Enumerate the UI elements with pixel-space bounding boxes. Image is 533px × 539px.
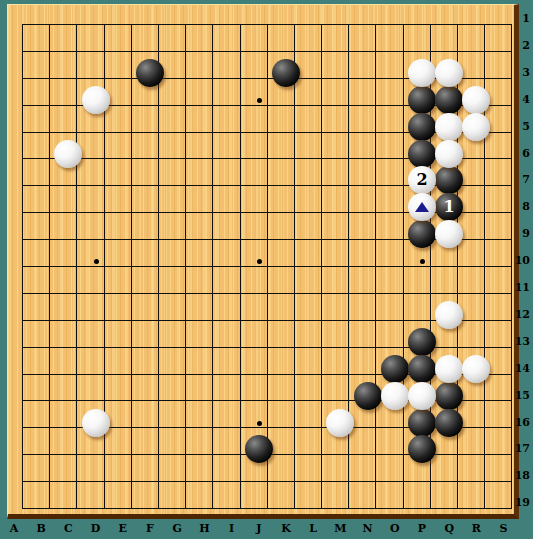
grid-cell xyxy=(131,158,158,185)
grid-cell xyxy=(104,427,131,454)
grid-cell xyxy=(22,427,49,454)
grid-cell xyxy=(104,266,131,293)
stone-Q8-black[interactable]: 1 xyxy=(435,193,463,221)
col-label-C: C xyxy=(58,522,78,536)
col-label-M: M xyxy=(330,522,350,536)
grid-cell xyxy=(49,400,76,427)
row-label-13: 13 xyxy=(508,335,530,349)
star-point-J10 xyxy=(257,259,262,264)
grid-cell xyxy=(375,481,402,508)
go-board-diagram: 12ABCDEFGHIJKLMNOPQRS1234567891011121314… xyxy=(0,0,533,539)
grid-cell xyxy=(104,481,131,508)
grid-cell xyxy=(49,185,76,212)
grid-cell xyxy=(267,400,294,427)
col-label-D: D xyxy=(86,522,106,536)
grid-cell xyxy=(131,481,158,508)
col-label-E: E xyxy=(113,522,133,536)
grid-cell xyxy=(104,239,131,266)
grid-cell xyxy=(212,51,239,78)
grid-cell xyxy=(348,320,375,347)
row-label-7: 7 xyxy=(508,173,530,187)
stone-C6-white[interactable] xyxy=(54,140,82,168)
grid-cell xyxy=(348,454,375,481)
grid-cell xyxy=(49,239,76,266)
col-label-A: A xyxy=(4,522,24,536)
col-label-N: N xyxy=(358,522,378,536)
grid-cell xyxy=(457,481,484,508)
grid-cell xyxy=(185,374,212,401)
grid-cell xyxy=(49,105,76,132)
grid-cell xyxy=(158,24,185,51)
grid-cell xyxy=(267,105,294,132)
col-label-K: K xyxy=(276,522,296,536)
grid-cell xyxy=(22,266,49,293)
grid-cell xyxy=(131,347,158,374)
grid-cell xyxy=(267,481,294,508)
stone-Q16-black[interactable] xyxy=(435,409,463,437)
grid-cell xyxy=(348,427,375,454)
grid-cell xyxy=(403,293,430,320)
star-point-J4 xyxy=(257,98,262,103)
grid-cell xyxy=(76,320,103,347)
grid-cell xyxy=(49,212,76,239)
col-label-L: L xyxy=(303,522,323,536)
grid-cell xyxy=(375,266,402,293)
row-label-15: 15 xyxy=(508,389,530,403)
row-label-6: 6 xyxy=(508,147,530,161)
grid-cell xyxy=(348,24,375,51)
grid-cell xyxy=(104,212,131,239)
grid-cell xyxy=(240,132,267,159)
grid-cell xyxy=(104,185,131,212)
grid-cell xyxy=(185,400,212,427)
stone-R4-white[interactable] xyxy=(462,86,490,114)
row-label-4: 4 xyxy=(508,93,530,107)
grid-cell xyxy=(348,266,375,293)
grid-cell xyxy=(131,24,158,51)
grid-cell xyxy=(212,481,239,508)
grid-cell xyxy=(240,24,267,51)
stone-F3-black[interactable] xyxy=(136,59,164,87)
grid-cell xyxy=(131,132,158,159)
grid-cell xyxy=(158,78,185,105)
grid-cell xyxy=(76,51,103,78)
grid-cell xyxy=(212,266,239,293)
triangle-marker xyxy=(415,202,429,212)
grid-cell xyxy=(158,266,185,293)
stone-P4-black[interactable] xyxy=(408,86,436,114)
row-label-11: 11 xyxy=(508,281,530,295)
grid-cell xyxy=(104,347,131,374)
grid-cell xyxy=(240,320,267,347)
grid-cell xyxy=(348,481,375,508)
grid-cell xyxy=(104,158,131,185)
stone-J17-black[interactable] xyxy=(245,435,273,463)
grid-cell xyxy=(240,400,267,427)
grid-cell xyxy=(375,158,402,185)
grid-cell xyxy=(294,320,321,347)
grid-cell xyxy=(104,132,131,159)
stone-Q3-white[interactable] xyxy=(435,59,463,87)
grid-cell xyxy=(375,132,402,159)
grid-cell xyxy=(375,24,402,51)
grid-cell xyxy=(185,347,212,374)
grid-cell xyxy=(321,481,348,508)
grid-cell xyxy=(131,185,158,212)
grid-cell xyxy=(76,293,103,320)
grid-cell xyxy=(49,293,76,320)
grid-cell xyxy=(22,105,49,132)
grid-cell xyxy=(212,293,239,320)
grid-cell xyxy=(212,374,239,401)
grid-cell xyxy=(185,105,212,132)
grid-cell xyxy=(158,132,185,159)
grid-cell xyxy=(49,78,76,105)
grid-cell xyxy=(240,374,267,401)
col-label-F: F xyxy=(140,522,160,536)
grid-cell xyxy=(267,239,294,266)
grid-cell xyxy=(267,266,294,293)
grid-cell xyxy=(457,320,484,347)
grid-cell xyxy=(348,212,375,239)
grid-cell xyxy=(158,158,185,185)
grid-cell xyxy=(131,239,158,266)
grid-cell xyxy=(457,239,484,266)
grid-cell xyxy=(49,427,76,454)
grid-cell xyxy=(321,51,348,78)
stone-Q6-white[interactable] xyxy=(435,140,463,168)
col-label-P: P xyxy=(412,522,432,536)
grid-cell xyxy=(267,24,294,51)
grid-cell xyxy=(131,293,158,320)
grid-cell xyxy=(49,320,76,347)
grid-cell xyxy=(158,105,185,132)
grid-cell xyxy=(185,185,212,212)
grid-cell xyxy=(375,105,402,132)
grid-cell xyxy=(76,266,103,293)
row-label-18: 18 xyxy=(508,469,530,483)
grid-cell xyxy=(403,24,430,51)
col-label-O: O xyxy=(385,522,405,536)
grid-cell xyxy=(158,454,185,481)
row-label-9: 9 xyxy=(508,227,530,241)
grid-cell xyxy=(430,454,457,481)
grid-cell xyxy=(348,78,375,105)
col-label-J: J xyxy=(249,522,269,536)
grid-cell xyxy=(348,132,375,159)
grid-cell xyxy=(212,24,239,51)
stone-P9-black[interactable] xyxy=(408,220,436,248)
grid-cell xyxy=(430,266,457,293)
grid-cell xyxy=(76,185,103,212)
grid-cell xyxy=(348,293,375,320)
grid-cell xyxy=(212,400,239,427)
grid-cell xyxy=(131,320,158,347)
row-label-1: 1 xyxy=(508,12,530,26)
grid-cell xyxy=(104,51,131,78)
stone-R14-white[interactable] xyxy=(462,355,490,383)
grid-cell xyxy=(76,454,103,481)
grid-cell xyxy=(212,427,239,454)
grid-cell xyxy=(294,105,321,132)
grid-cell xyxy=(321,320,348,347)
grid-cell xyxy=(212,212,239,239)
grid-cell xyxy=(294,24,321,51)
grid-cell xyxy=(212,185,239,212)
grid-cell xyxy=(104,105,131,132)
stone-Q14-white[interactable] xyxy=(435,355,463,383)
grid-cell xyxy=(240,78,267,105)
grid-cell xyxy=(294,212,321,239)
grid-cell xyxy=(22,78,49,105)
grid-cell xyxy=(294,132,321,159)
stone-D16-white[interactable] xyxy=(82,409,110,437)
grid-cell xyxy=(294,427,321,454)
grid-cell xyxy=(185,427,212,454)
grid-cell xyxy=(212,347,239,374)
stone-P15-white[interactable] xyxy=(408,382,436,410)
stone-P6-black[interactable] xyxy=(408,140,436,168)
grid-cell xyxy=(321,158,348,185)
grid-cell xyxy=(185,454,212,481)
grid-cell xyxy=(131,454,158,481)
stone-P7-white[interactable]: 2 xyxy=(408,166,436,194)
col-label-B: B xyxy=(31,522,51,536)
grid-cell xyxy=(185,266,212,293)
grid-cell xyxy=(185,132,212,159)
grid-cell xyxy=(348,347,375,374)
grid-cell xyxy=(212,158,239,185)
col-label-H: H xyxy=(194,522,214,536)
grid-cell xyxy=(76,347,103,374)
grid-cell xyxy=(321,374,348,401)
row-label-2: 2 xyxy=(508,39,530,53)
col-label-R: R xyxy=(466,522,486,536)
row-label-12: 12 xyxy=(508,308,530,322)
stone-O15-white[interactable] xyxy=(381,382,409,410)
grid-cell xyxy=(294,239,321,266)
grid-cell xyxy=(267,293,294,320)
grid-cell xyxy=(267,454,294,481)
grid-cell xyxy=(104,454,131,481)
grid-cell xyxy=(158,481,185,508)
grid-cell xyxy=(22,132,49,159)
grid-cell xyxy=(212,320,239,347)
grid-cell xyxy=(158,212,185,239)
grid-cell xyxy=(212,78,239,105)
grid-cell xyxy=(321,105,348,132)
row-label-19: 19 xyxy=(508,496,530,510)
col-label-G: G xyxy=(167,522,187,536)
grid-cell xyxy=(22,481,49,508)
grid-cell xyxy=(348,185,375,212)
grid-cell xyxy=(321,24,348,51)
grid-cell xyxy=(22,239,49,266)
grid-cell xyxy=(76,374,103,401)
stone-D4-white[interactable] xyxy=(82,86,110,114)
grid-cell xyxy=(375,239,402,266)
grid-cell xyxy=(240,239,267,266)
grid-cell xyxy=(321,347,348,374)
grid-cell xyxy=(22,400,49,427)
grid-cell xyxy=(375,212,402,239)
col-label-S: S xyxy=(494,522,514,536)
grid-cell xyxy=(131,266,158,293)
grid-cell xyxy=(22,293,49,320)
grid-cell xyxy=(403,266,430,293)
grid-cell xyxy=(158,293,185,320)
grid-cell xyxy=(294,374,321,401)
grid-cell xyxy=(22,320,49,347)
grid-cell xyxy=(76,24,103,51)
grid-cell xyxy=(294,400,321,427)
star-point-J16 xyxy=(257,421,262,426)
stone-P14-black[interactable] xyxy=(408,355,436,383)
grid-cell xyxy=(240,266,267,293)
grid-cell xyxy=(185,158,212,185)
grid-cell xyxy=(158,427,185,454)
row-label-16: 16 xyxy=(508,416,530,430)
grid-cell xyxy=(457,427,484,454)
grid-cell xyxy=(348,158,375,185)
grid-cell xyxy=(185,293,212,320)
grid-cell xyxy=(104,293,131,320)
grid-cell xyxy=(240,185,267,212)
grid-cell xyxy=(321,239,348,266)
grid-cell xyxy=(240,158,267,185)
grid-cell xyxy=(348,239,375,266)
grid-cell xyxy=(185,320,212,347)
grid-cell xyxy=(49,481,76,508)
grid-cell xyxy=(76,158,103,185)
grid-cell xyxy=(267,158,294,185)
grid-cell xyxy=(294,78,321,105)
grid-cell xyxy=(22,158,49,185)
grid-cell xyxy=(321,266,348,293)
stone-Q12-white[interactable] xyxy=(435,301,463,329)
grid-cell xyxy=(430,24,457,51)
grid-cell xyxy=(49,266,76,293)
grid-cell xyxy=(321,78,348,105)
stone-R5-white[interactable] xyxy=(462,113,490,141)
stone-P5-black[interactable] xyxy=(408,113,436,141)
grid-cell xyxy=(375,454,402,481)
grid-cell xyxy=(212,239,239,266)
grid-cell xyxy=(49,347,76,374)
grid-cell xyxy=(22,51,49,78)
grid-cell xyxy=(375,320,402,347)
grid-cell xyxy=(104,24,131,51)
stone-P16-black[interactable] xyxy=(408,409,436,437)
stone-Q5-white[interactable] xyxy=(435,113,463,141)
grid-cell xyxy=(240,212,267,239)
grid-cell xyxy=(104,320,131,347)
row-label-8: 8 xyxy=(508,200,530,214)
grid-cell xyxy=(185,239,212,266)
grid-cell xyxy=(375,185,402,212)
grid-cell xyxy=(49,374,76,401)
stone-N15-black[interactable] xyxy=(354,382,382,410)
grid-cell xyxy=(348,51,375,78)
grid-cell xyxy=(294,481,321,508)
grid-cell xyxy=(321,185,348,212)
stone-P13-black[interactable] xyxy=(408,328,436,356)
col-label-Q: Q xyxy=(439,522,459,536)
grid-cell xyxy=(267,132,294,159)
grid-cell xyxy=(212,105,239,132)
grid-cell xyxy=(267,347,294,374)
grid-cell xyxy=(76,212,103,239)
grid-cell xyxy=(185,51,212,78)
grid-cell xyxy=(403,481,430,508)
grid-cell xyxy=(375,78,402,105)
grid-cell xyxy=(430,481,457,508)
grid-cell xyxy=(348,105,375,132)
row-label-3: 3 xyxy=(508,66,530,80)
grid-cell xyxy=(158,185,185,212)
row-label-5: 5 xyxy=(508,120,530,134)
star-point-D10 xyxy=(94,259,99,264)
grid-cell xyxy=(321,132,348,159)
grid-cell xyxy=(240,347,267,374)
grid-cell xyxy=(49,51,76,78)
grid-cell xyxy=(158,347,185,374)
stone-Q4-black[interactable] xyxy=(435,86,463,114)
grid-cell xyxy=(49,454,76,481)
grid-cell xyxy=(457,24,484,51)
grid-cell xyxy=(240,51,267,78)
row-label-17: 17 xyxy=(508,442,530,456)
stone-P3-white[interactable] xyxy=(408,59,436,87)
move-number-1: 1 xyxy=(435,193,463,221)
grid-cell xyxy=(76,239,103,266)
grid-cell xyxy=(131,427,158,454)
grid-cell xyxy=(185,212,212,239)
grid-cell xyxy=(22,212,49,239)
grid-cell xyxy=(321,293,348,320)
grid-cell xyxy=(294,185,321,212)
grid-cell xyxy=(158,374,185,401)
grid-cell xyxy=(131,400,158,427)
grid-cell xyxy=(76,481,103,508)
grid-cell xyxy=(158,320,185,347)
grid-cell xyxy=(321,212,348,239)
grid-cell xyxy=(375,293,402,320)
grid-cell xyxy=(131,212,158,239)
grid-cell xyxy=(375,51,402,78)
stone-O14-black[interactable] xyxy=(381,355,409,383)
stone-Q15-black[interactable] xyxy=(435,382,463,410)
grid-cell xyxy=(267,320,294,347)
move-number-2: 2 xyxy=(408,166,436,194)
stone-M16-white[interactable] xyxy=(326,409,354,437)
grid-cell xyxy=(321,454,348,481)
grid-cell xyxy=(185,78,212,105)
row-label-10: 10 xyxy=(508,254,530,268)
grid-cell xyxy=(212,454,239,481)
grid-cell xyxy=(158,239,185,266)
grid-cell xyxy=(158,400,185,427)
grid-cell xyxy=(22,24,49,51)
grid-cell xyxy=(185,24,212,51)
grid-cell xyxy=(267,374,294,401)
row-label-14: 14 xyxy=(508,362,530,376)
grid-cell xyxy=(294,266,321,293)
col-label-I: I xyxy=(222,522,242,536)
stone-K3-black[interactable] xyxy=(272,59,300,87)
grid-cell xyxy=(212,132,239,159)
grid-cell xyxy=(267,185,294,212)
